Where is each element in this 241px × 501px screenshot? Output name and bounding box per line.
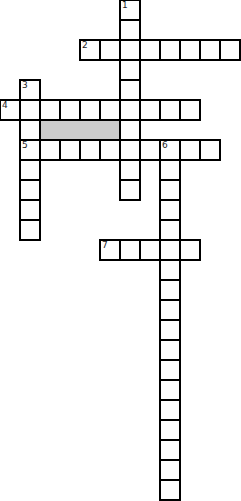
cell-r5-c4[interactable] (79, 99, 101, 121)
cell-r10-c8[interactable] (159, 199, 181, 221)
cell-r8-c8[interactable] (159, 159, 181, 181)
cell-r7-c2[interactable] (39, 139, 61, 161)
cell-r12-c5[interactable] (99, 239, 121, 261)
cell-r2-c8[interactable] (159, 39, 181, 61)
cell-r9-c8[interactable] (159, 179, 181, 201)
cell-r12-c6[interactable] (119, 239, 141, 261)
cell-r13-c8[interactable] (159, 259, 181, 281)
cell-r2-c10[interactable] (199, 39, 221, 61)
cell-r5-c7[interactable] (139, 99, 161, 121)
cell-r21-c8[interactable] (159, 419, 181, 441)
cell-r6-c1[interactable] (19, 119, 41, 141)
cell-r20-c8[interactable] (159, 399, 181, 421)
cell-r7-c4[interactable] (79, 139, 101, 161)
cell-r7-c6[interactable] (119, 139, 141, 161)
cell-r12-c9[interactable] (179, 239, 201, 261)
shaded-block (40, 120, 120, 140)
cell-r2-c11[interactable] (219, 39, 241, 61)
cell-r5-c2[interactable] (39, 99, 61, 121)
cell-r11-c1[interactable] (19, 219, 41, 241)
cell-r5-c9[interactable] (179, 99, 201, 121)
cell-r7-c7[interactable] (139, 139, 161, 161)
cell-r3-c6[interactable] (119, 59, 141, 81)
cell-r7-c8[interactable] (159, 139, 181, 161)
cell-r19-c8[interactable] (159, 379, 181, 401)
cell-r7-c1[interactable] (19, 139, 41, 161)
cell-r7-c9[interactable] (179, 139, 201, 161)
cell-r5-c3[interactable] (59, 99, 81, 121)
cell-r9-c1[interactable] (19, 179, 41, 201)
cell-r5-c0[interactable] (0, 99, 21, 121)
cell-r6-c6[interactable] (119, 119, 141, 141)
cell-r9-c6[interactable] (119, 179, 141, 201)
cell-r22-c8[interactable] (159, 439, 181, 461)
cell-r24-c8[interactable] (159, 479, 181, 501)
cell-r2-c4[interactable] (79, 39, 101, 61)
cell-r12-c7[interactable] (139, 239, 161, 261)
cell-r2-c7[interactable] (139, 39, 161, 61)
cell-r14-c8[interactable] (159, 279, 181, 301)
cell-r17-c8[interactable] (159, 339, 181, 361)
cell-r7-c5[interactable] (99, 139, 121, 161)
cell-r2-c9[interactable] (179, 39, 201, 61)
cell-r5-c6[interactable] (119, 99, 141, 121)
cell-r2-c6[interactable] (119, 39, 141, 61)
cell-r1-c6[interactable] (119, 19, 141, 41)
cell-r10-c1[interactable] (19, 199, 41, 221)
cell-r8-c1[interactable] (19, 159, 41, 181)
cell-r2-c5[interactable] (99, 39, 121, 61)
cell-r7-c10[interactable] (199, 139, 221, 161)
cell-r0-c6[interactable] (119, 0, 141, 21)
cell-r5-c8[interactable] (159, 99, 181, 121)
cell-r12-c8[interactable] (159, 239, 181, 261)
cell-r5-c5[interactable] (99, 99, 121, 121)
cell-r11-c8[interactable] (159, 219, 181, 241)
cell-r7-c3[interactable] (59, 139, 81, 161)
cell-r5-c1[interactable] (19, 99, 41, 121)
cell-r4-c6[interactable] (119, 79, 141, 101)
cell-r8-c6[interactable] (119, 159, 141, 181)
crossword-board: 1234567 (0, 0, 241, 501)
cell-r18-c8[interactable] (159, 359, 181, 381)
cell-r4-c1[interactable] (19, 79, 41, 101)
cell-r15-c8[interactable] (159, 299, 181, 321)
cell-r23-c8[interactable] (159, 459, 181, 481)
cell-r16-c8[interactable] (159, 319, 181, 341)
